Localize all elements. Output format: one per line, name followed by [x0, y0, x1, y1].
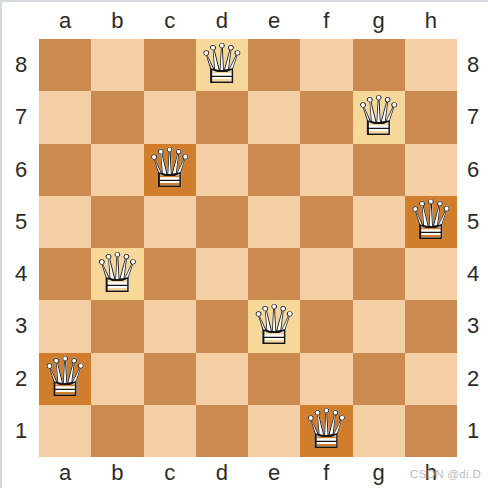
rank-label-8: 8: [4, 39, 38, 91]
square-b8[interactable]: [91, 39, 143, 91]
rank-label-6: 6: [456, 144, 488, 196]
square-c6[interactable]: ♛♕: [144, 144, 196, 196]
white-queen-outline: ♕: [91, 248, 143, 300]
rank-label-4: 4: [456, 248, 488, 300]
square-e3[interactable]: ♛♕: [248, 300, 300, 352]
square-f5[interactable]: [300, 196, 352, 248]
file-label-e: e: [248, 3, 300, 38]
rank-label-4: 4: [4, 248, 38, 300]
rank-label-6: 6: [4, 144, 38, 196]
white-queen-h5: ♛♕: [405, 196, 457, 248]
square-h5[interactable]: ♛♕: [405, 196, 457, 248]
square-e7[interactable]: [248, 91, 300, 143]
square-c3[interactable]: [144, 300, 196, 352]
rank-label-1: 1: [456, 405, 488, 457]
square-g5[interactable]: [353, 196, 405, 248]
file-label-f: f: [300, 3, 352, 38]
white-queen-outline: ♕: [300, 405, 352, 457]
file-labels-bottom: abcdefgh: [39, 455, 457, 488]
rank-labels-left: 87654321: [4, 39, 38, 457]
rank-label-5: 5: [456, 196, 488, 248]
chessboard-diagram: abcdefgh 87654321 ♛♕♛♕♛♕♛♕♛♕♛♕♛♕♛♕ 87654…: [0, 0, 488, 488]
square-h1[interactable]: [405, 405, 457, 457]
white-queen-outline: ♕: [144, 144, 196, 196]
file-label-d: d: [196, 455, 248, 488]
file-label-c: c: [144, 3, 196, 38]
watermark: CSDN @di.D: [410, 468, 481, 480]
white-queen-b4: ♛♕: [91, 248, 143, 300]
square-a2[interactable]: ♛♕: [39, 353, 91, 405]
file-label-b: b: [91, 3, 143, 38]
rank-label-3: 3: [456, 300, 488, 352]
square-h2[interactable]: [405, 353, 457, 405]
square-g3[interactable]: [353, 300, 405, 352]
file-label-e: e: [248, 455, 300, 488]
file-label-h: h: [405, 3, 457, 38]
file-label-g: g: [353, 3, 405, 38]
square-d2[interactable]: [196, 353, 248, 405]
square-b3[interactable]: [91, 300, 143, 352]
square-f4[interactable]: [300, 248, 352, 300]
chess-board: ♛♕♛♕♛♕♛♕♛♕♛♕♛♕♛♕: [39, 39, 457, 457]
rank-label-8: 8: [456, 39, 488, 91]
rank-label-3: 3: [4, 300, 38, 352]
square-d8[interactable]: ♛♕: [196, 39, 248, 91]
square-e6[interactable]: [248, 144, 300, 196]
square-g7[interactable]: ♛♕: [353, 91, 405, 143]
square-c8[interactable]: [144, 39, 196, 91]
square-a4[interactable]: [39, 248, 91, 300]
rank-label-5: 5: [4, 196, 38, 248]
file-label-a: a: [39, 455, 91, 488]
square-a5[interactable]: [39, 196, 91, 248]
square-f8[interactable]: [300, 39, 352, 91]
square-f6[interactable]: [300, 144, 352, 196]
white-queen-d8: ♛♕: [196, 39, 248, 91]
file-label-b: b: [91, 455, 143, 488]
square-g1[interactable]: [353, 405, 405, 457]
square-b7[interactable]: [91, 91, 143, 143]
square-a1[interactable]: [39, 405, 91, 457]
square-f1[interactable]: ♛♕: [300, 405, 352, 457]
square-d6[interactable]: [196, 144, 248, 196]
rank-label-2: 2: [456, 353, 488, 405]
file-label-g: g: [353, 455, 405, 488]
square-e2[interactable]: [248, 353, 300, 405]
file-label-a: a: [39, 3, 91, 38]
rank-label-2: 2: [4, 353, 38, 405]
white-queen-c6: ♛♕: [144, 144, 196, 196]
square-h7[interactable]: [405, 91, 457, 143]
square-f3[interactable]: [300, 300, 352, 352]
square-a7[interactable]: [39, 91, 91, 143]
white-queen-g7: ♛♕: [353, 91, 405, 143]
square-d3[interactable]: [196, 300, 248, 352]
square-g6[interactable]: [353, 144, 405, 196]
square-d4[interactable]: [196, 248, 248, 300]
square-a6[interactable]: [39, 144, 91, 196]
square-e5[interactable]: [248, 196, 300, 248]
file-label-f: f: [300, 455, 352, 488]
square-c4[interactable]: [144, 248, 196, 300]
rank-label-7: 7: [456, 91, 488, 143]
rank-labels-right: 87654321: [456, 39, 488, 457]
square-g4[interactable]: [353, 248, 405, 300]
white-queen-outline: ♕: [39, 353, 91, 405]
square-a8[interactable]: [39, 39, 91, 91]
white-queen-e3: ♛♕: [248, 300, 300, 352]
rank-label-7: 7: [4, 91, 38, 143]
square-b6[interactable]: [91, 144, 143, 196]
square-b1[interactable]: [91, 405, 143, 457]
rank-label-1: 1: [4, 405, 38, 457]
white-queen-outline: ♕: [248, 300, 300, 352]
white-queen-a2: ♛♕: [39, 353, 91, 405]
white-queen-outline: ♕: [405, 196, 457, 248]
square-c2[interactable]: [144, 353, 196, 405]
square-e8[interactable]: [248, 39, 300, 91]
file-labels-top: abcdefgh: [39, 3, 457, 38]
square-f7[interactable]: [300, 91, 352, 143]
white-queen-f1: ♛♕: [300, 405, 352, 457]
square-c5[interactable]: [144, 196, 196, 248]
file-label-c: c: [144, 455, 196, 488]
white-queen-outline: ♕: [353, 91, 405, 143]
square-d1[interactable]: [196, 405, 248, 457]
square-g2[interactable]: [353, 353, 405, 405]
square-d7[interactable]: [196, 91, 248, 143]
square-b4[interactable]: ♛♕: [91, 248, 143, 300]
square-b2[interactable]: [91, 353, 143, 405]
square-h3[interactable]: [405, 300, 457, 352]
square-c1[interactable]: [144, 405, 196, 457]
square-h4[interactable]: [405, 248, 457, 300]
square-e1[interactable]: [248, 405, 300, 457]
square-d5[interactable]: [196, 196, 248, 248]
square-h8[interactable]: [405, 39, 457, 91]
white-queen-outline: ♕: [196, 39, 248, 91]
